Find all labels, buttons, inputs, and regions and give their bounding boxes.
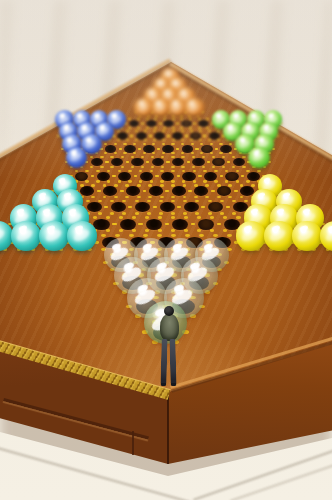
hole-decoration-dot	[146, 127, 149, 129]
hole-decoration-dot	[185, 234, 190, 237]
board-hole	[160, 202, 175, 212]
hole-decoration-dot	[122, 212, 126, 215]
board-hole	[126, 186, 140, 196]
hole-decoration-dot	[217, 196, 221, 198]
hole-decoration-dot	[171, 184, 175, 186]
hole-decoration-dot	[215, 148, 218, 150]
hole-decoration-dot	[181, 166, 184, 168]
hole-decoration-dot	[172, 130, 175, 132]
hole-decoration-dot	[171, 196, 175, 198]
hole-decoration-dot	[143, 143, 146, 145]
hole-decoration-dot	[107, 180, 111, 182]
hole-decoration-dot	[137, 127, 140, 129]
board-hole	[140, 172, 153, 181]
hole-decoration-dot	[202, 156, 205, 158]
hole-decoration-dot	[181, 156, 184, 158]
hole-decoration-dot	[160, 180, 164, 182]
hole-decoration-dot	[171, 180, 175, 182]
hole-decoration-dot	[228, 184, 232, 186]
hole-decoration-dot	[110, 156, 113, 158]
hole-decoration-dot	[160, 184, 164, 186]
board-hole	[225, 172, 238, 181]
hole-decoration-dot	[123, 143, 126, 145]
hole-decoration-dot	[160, 170, 164, 172]
hole-decoration-dot	[91, 196, 95, 198]
hole-decoration-dot	[171, 156, 174, 158]
hole-decoration-dot	[118, 170, 122, 172]
marble-green	[248, 147, 270, 169]
hole-decoration-dot	[149, 135, 152, 137]
board-hole	[204, 172, 217, 181]
hole-decoration-dot	[189, 127, 192, 129]
hole-decoration-dot	[125, 184, 129, 186]
board-hole	[161, 172, 174, 181]
hole-decoration-dot	[228, 196, 232, 198]
hole-decoration-dot	[212, 156, 215, 158]
board-hole	[198, 219, 214, 230]
hole-decoration-dot	[193, 180, 197, 182]
hole-decoration-dot	[147, 212, 151, 215]
hole-decoration-dot	[217, 184, 221, 186]
hole-decoration-dot	[96, 180, 100, 182]
hole-decoration-dot	[198, 118, 201, 120]
hole-decoration-dot	[242, 156, 245, 158]
board-hole	[212, 158, 225, 167]
hole-decoration-dot	[222, 156, 225, 158]
marble-yellow	[236, 221, 266, 251]
hole-decoration-dot	[171, 166, 174, 168]
hole-decoration-dot	[114, 143, 117, 145]
hole-decoration-dot	[133, 143, 136, 145]
hole-decoration-dot	[148, 184, 152, 186]
hole-decoration-dot	[183, 184, 187, 186]
hole-decoration-dot	[85, 170, 89, 172]
hole-decoration-dot	[157, 234, 162, 237]
hole-decoration-dot	[171, 212, 175, 215]
hole-decoration-dot	[246, 180, 250, 182]
board-hole	[131, 158, 144, 167]
hole-decoration-dot	[137, 196, 141, 198]
hole-decoration-dot	[199, 234, 204, 237]
hole-decoration-dot	[96, 170, 100, 172]
hole-decoration-dot	[159, 212, 163, 215]
board-hole	[192, 158, 205, 167]
hole-decoration-dot	[128, 180, 132, 182]
hole-decoration-dot	[98, 212, 102, 215]
hole-decoration-dot	[214, 170, 218, 172]
hole-decoration-dot	[160, 196, 164, 198]
hole-decoration-dot	[104, 143, 107, 145]
hole-decoration-dot	[192, 156, 195, 158]
hole-decoration-dot	[172, 118, 175, 120]
hole-decoration-dot	[117, 130, 120, 132]
marble-teal	[67, 221, 97, 251]
hole-decoration-dot	[219, 143, 222, 145]
hole-decoration-dot	[236, 180, 240, 182]
hole-decoration-dot	[162, 143, 165, 145]
marble-orange	[184, 98, 204, 118]
board-hole	[172, 219, 188, 230]
hole-decoration-dot	[110, 166, 113, 168]
hole-decoration-dot	[190, 130, 193, 132]
hole-decoration-dot	[203, 180, 207, 182]
hole-decoration-dot	[240, 184, 244, 186]
hole-decoration-dot	[105, 161, 108, 163]
hole-decoration-dot	[146, 118, 149, 120]
hole-decoration-dot	[126, 161, 129, 163]
board-hole	[97, 172, 110, 181]
board-hole	[247, 172, 260, 181]
hole-decoration-dot	[171, 234, 176, 237]
hole-decoration-dot	[137, 184, 141, 186]
hole-decoration-dot	[85, 180, 89, 182]
hole-decoration-dot	[103, 184, 107, 186]
hole-decoration-dot	[207, 161, 210, 163]
hole-decoration-dot	[171, 143, 174, 145]
hole-decoration-dot	[167, 135, 170, 137]
marble-yellow	[264, 221, 294, 251]
hole-decoration-dot	[236, 170, 240, 172]
board-hole	[146, 219, 162, 230]
hole-decoration-dot	[242, 166, 245, 168]
hole-decoration-dot	[194, 184, 198, 186]
hole-decoration-dot	[100, 156, 103, 158]
hole-decoration-dot	[192, 166, 195, 168]
hole-decoration-dot	[150, 180, 154, 182]
hole-decoration-dot	[75, 170, 79, 172]
hole-decoration-dot	[110, 212, 114, 215]
board-hole	[172, 186, 186, 196]
hole-decoration-dot	[227, 234, 232, 237]
hole-decoration-dot	[229, 143, 232, 145]
hole-decoration-dot	[251, 184, 255, 186]
figurine-head	[164, 306, 174, 316]
hole-decoration-dot	[183, 212, 187, 215]
hole-decoration-dot	[236, 216, 240, 219]
hole-decoration-dot	[232, 212, 236, 215]
hole-decoration-dot	[194, 196, 198, 198]
hole-decoration-dot	[157, 148, 160, 150]
hole-decoration-dot	[205, 184, 209, 186]
board-hole	[182, 172, 195, 181]
hole-decoration-dot	[257, 170, 261, 172]
hole-decoration-dot	[181, 143, 184, 145]
marble-teal	[39, 221, 69, 251]
hole-decoration-dot	[214, 180, 218, 182]
hole-decoration-dot	[119, 148, 122, 150]
photo-scene	[0, 0, 332, 500]
hole-decoration-dot	[210, 143, 213, 145]
hole-decoration-dot	[135, 212, 139, 215]
board-hole	[87, 202, 102, 212]
hole-decoration-dot	[198, 127, 201, 129]
hole-decoration-dot	[187, 161, 190, 163]
board-hole	[75, 172, 88, 181]
hole-decoration-dot	[213, 234, 218, 237]
marble-yellow	[292, 221, 322, 251]
hole-decoration-dot	[225, 180, 229, 182]
board-hole	[93, 219, 109, 230]
hole-decoration-dot	[176, 148, 179, 150]
hole-decoration-dot	[185, 135, 188, 137]
hole-decoration-dot	[195, 148, 198, 150]
marble-teal	[11, 221, 41, 251]
hole-decoration-dot	[191, 143, 194, 145]
box-corner-joint	[167, 392, 169, 464]
hole-decoration-dot	[115, 234, 120, 237]
hole-decoration-dot	[166, 161, 169, 163]
board-hole	[149, 186, 163, 196]
hole-decoration-dot	[128, 170, 132, 172]
hole-decoration-dot	[193, 170, 197, 172]
hole-decoration-dot	[100, 166, 103, 168]
hole-decoration-dot	[128, 127, 131, 129]
hole-decoration-dot	[195, 212, 199, 215]
hole-decoration-dot	[121, 156, 124, 158]
hole-decoration-dot	[163, 127, 166, 129]
hole-decoration-dot	[114, 184, 118, 186]
hole-decoration-dot	[101, 234, 106, 237]
hole-decoration-dot	[172, 127, 175, 129]
figurine-torso	[160, 314, 179, 341]
hole-decoration-dot	[131, 156, 134, 158]
hole-decoration-dot	[121, 166, 124, 168]
hole-decoration-dot	[246, 170, 250, 172]
hole-decoration-dot	[138, 148, 141, 150]
board-hole	[118, 172, 131, 181]
hole-decoration-dot	[143, 234, 148, 237]
hole-decoration-dot	[118, 180, 122, 182]
hole-decoration-dot	[208, 212, 212, 215]
hole-decoration-dot	[141, 156, 144, 158]
board-hole	[120, 219, 136, 230]
hole-decoration-dot	[203, 170, 207, 172]
hole-decoration-dot	[181, 130, 184, 132]
hole-decoration-dot	[80, 184, 84, 186]
drawer-seam-vertical	[132, 431, 134, 455]
hole-decoration-dot	[91, 184, 95, 186]
figurine-right-leg	[169, 339, 176, 386]
hole-decoration-dot	[114, 196, 118, 198]
hole-decoration-dot	[129, 234, 134, 237]
hole-decoration-dot	[171, 170, 175, 172]
hole-decoration-dot	[220, 212, 224, 215]
